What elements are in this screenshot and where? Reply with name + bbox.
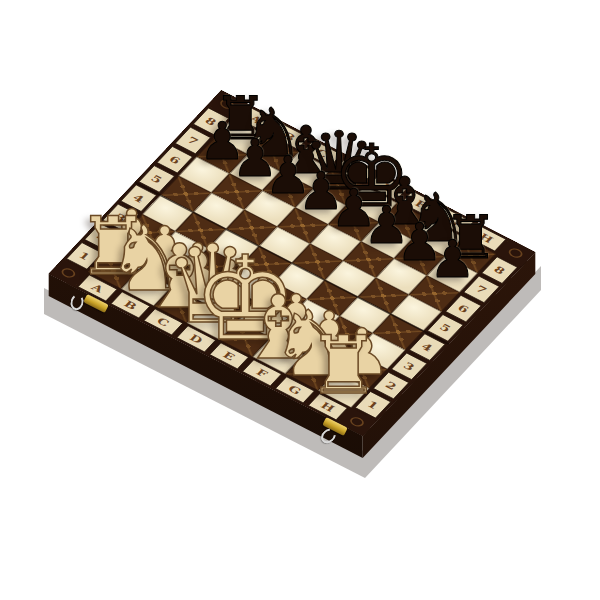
latch-hook	[69, 293, 85, 311]
corner-rosette-icon	[59, 266, 78, 279]
chess-board: ABCDEFGH8877665544332211ABCDEFGH	[49, 90, 536, 436]
corner-rosette-icon	[348, 415, 367, 428]
corner-rosette-icon	[218, 98, 237, 111]
corner-rosette-icon	[506, 246, 525, 259]
chess-set-photo: ABCDEFGH8877665544332211ABCDEFGH ♜♞♝♛♚♝♞…	[0, 0, 600, 600]
